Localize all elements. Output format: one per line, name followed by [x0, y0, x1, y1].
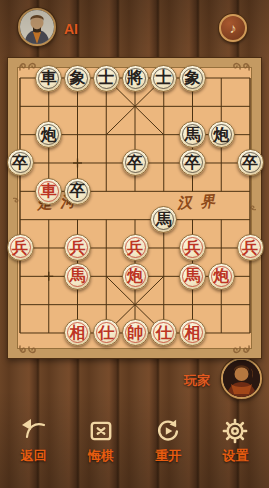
back-arrow-icon: [20, 418, 48, 444]
board-play-area[interactable]: 楚河 汉界 車象士將士象炮馬炮卒卒卒卒卒馬車兵兵兵兵兵馬炮馬炮相仕帥仕相: [17, 67, 252, 349]
restart-button-label: 重开: [155, 447, 181, 465]
piece-character: 炮: [213, 126, 229, 142]
player-avatar-image: [223, 360, 260, 397]
piece-character: 馬: [70, 268, 86, 284]
undo-box-icon: [88, 418, 114, 444]
piece-black-soldier[interactable]: 卒: [237, 149, 264, 176]
piece-character: 將: [127, 70, 143, 86]
piece-black-soldier[interactable]: 卒: [64, 178, 91, 205]
piece-red-horse[interactable]: 馬: [64, 263, 91, 290]
piece-character: 卒: [242, 154, 258, 170]
piece-character: 士: [98, 70, 114, 86]
piece-character: 兵: [70, 239, 86, 255]
piece-black-advisor[interactable]: 士: [150, 65, 177, 92]
piece-black-horse[interactable]: 馬: [179, 121, 206, 148]
piece-character: 炮: [213, 268, 229, 284]
settings-button-label: 设置: [222, 447, 248, 465]
piece-character: 象: [70, 70, 86, 86]
xiangqi-board[interactable]: 楚河 汉界 車象士將士象炮馬炮卒卒卒卒卒馬車兵兵兵兵兵馬炮馬炮相仕帥仕相: [8, 58, 261, 358]
piece-character: 兵: [127, 239, 143, 255]
piece-character: 車: [41, 183, 57, 199]
piece-character: 卒: [12, 154, 28, 170]
piece-black-advisor[interactable]: 士: [93, 65, 120, 92]
piece-black-soldier[interactable]: 卒: [7, 149, 34, 176]
back-button-label: 返回: [21, 447, 47, 465]
back-button[interactable]: 返回: [0, 414, 67, 476]
piece-character: 士: [156, 70, 172, 86]
piece-character: 炮: [41, 126, 57, 142]
piece-character: 象: [185, 70, 201, 86]
piece-character: 馬: [185, 126, 201, 142]
piece-character: 仕: [156, 324, 172, 340]
piece-red-soldier[interactable]: 兵: [237, 234, 264, 261]
piece-red-cannon[interactable]: 炮: [208, 263, 235, 290]
bottom-toolbar: 返回 悔棋 重开 设置: [0, 414, 269, 476]
piece-red-cannon[interactable]: 炮: [122, 263, 149, 290]
ai-avatar-image: [20, 10, 54, 44]
restart-button[interactable]: 重开: [135, 414, 202, 476]
piece-red-rook[interactable]: 車: [35, 178, 62, 205]
piece-character: 兵: [185, 239, 201, 255]
piece-red-general[interactable]: 帥: [122, 319, 149, 346]
piece-black-elephant[interactable]: 象: [179, 65, 206, 92]
piece-character: 兵: [12, 239, 28, 255]
player-label: 玩家: [184, 372, 210, 390]
piece-character: 兵: [242, 239, 258, 255]
piece-character: 卒: [127, 154, 143, 170]
music-note-icon[interactable]: ♪: [219, 14, 247, 42]
piece-character: 相: [185, 324, 201, 340]
undo-button-label: 悔棋: [88, 447, 114, 465]
app-screen: AI ♪ 楚河 汉界 車象士將士象炮馬炮卒卒卒卒卒馬車兵兵兵兵兵馬炮馬炮相仕帥仕…: [0, 0, 269, 488]
restart-icon: [155, 418, 181, 444]
piece-red-horse[interactable]: 馬: [179, 263, 206, 290]
piece-character: 馬: [156, 211, 172, 227]
piece-black-rook[interactable]: 車: [35, 65, 62, 92]
piece-character: 卒: [185, 154, 201, 170]
piece-black-cannon[interactable]: 炮: [208, 121, 235, 148]
piece-character: 帥: [127, 324, 143, 340]
player-avatar[interactable]: [221, 358, 262, 399]
piece-character: 卒: [70, 183, 86, 199]
piece-character: 仕: [98, 324, 114, 340]
piece-black-elephant[interactable]: 象: [64, 65, 91, 92]
board-grid: [17, 67, 252, 349]
piece-black-soldier[interactable]: 卒: [122, 149, 149, 176]
gear-icon: [222, 418, 248, 444]
piece-character: 車: [41, 70, 57, 86]
piece-red-soldier[interactable]: 兵: [122, 234, 149, 261]
ai-avatar[interactable]: [18, 8, 56, 46]
undo-button[interactable]: 悔棋: [67, 414, 134, 476]
piece-character: 馬: [185, 268, 201, 284]
piece-red-soldier[interactable]: 兵: [7, 234, 34, 261]
piece-black-general[interactable]: 將: [122, 65, 149, 92]
piece-character: 炮: [127, 268, 143, 284]
settings-button[interactable]: 设置: [202, 414, 269, 476]
piece-character: 相: [70, 324, 86, 340]
ai-label: AI: [64, 21, 78, 37]
